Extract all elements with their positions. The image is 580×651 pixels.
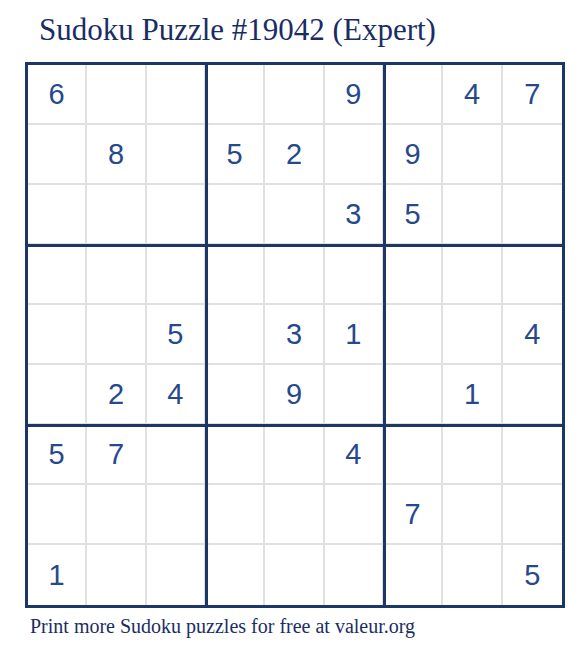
cell-r3c6[interactable]: 3 bbox=[325, 185, 384, 245]
cell-r5c1[interactable] bbox=[28, 305, 87, 365]
cell-r3c8[interactable] bbox=[443, 185, 502, 245]
cell-r1c6[interactable]: 9 bbox=[325, 65, 384, 125]
cell-r9c9[interactable]: 5 bbox=[503, 545, 562, 605]
cell-r1c8[interactable]: 4 bbox=[443, 65, 502, 125]
cell-r7c7[interactable] bbox=[384, 425, 443, 485]
cell-r5c6[interactable]: 1 bbox=[325, 305, 384, 365]
cell-r8c3[interactable] bbox=[147, 485, 206, 545]
cell-r2c2[interactable]: 8 bbox=[87, 125, 146, 185]
cell-r9c5[interactable] bbox=[265, 545, 324, 605]
cell-r4c7[interactable] bbox=[384, 245, 443, 305]
cell-r8c7[interactable]: 7 bbox=[384, 485, 443, 545]
cell-r3c2[interactable] bbox=[87, 185, 146, 245]
cell-r6c9[interactable] bbox=[503, 365, 562, 425]
cell-r8c9[interactable] bbox=[503, 485, 562, 545]
cell-r4c8[interactable] bbox=[443, 245, 502, 305]
cell-r7c5[interactable] bbox=[265, 425, 324, 485]
cell-r1c5[interactable] bbox=[265, 65, 324, 125]
cell-r2c5[interactable]: 2 bbox=[265, 125, 324, 185]
cell-r4c9[interactable] bbox=[503, 245, 562, 305]
cell-r4c3[interactable] bbox=[147, 245, 206, 305]
cell-r4c2[interactable] bbox=[87, 245, 146, 305]
cell-r8c1[interactable] bbox=[28, 485, 87, 545]
cell-r2c4[interactable]: 5 bbox=[206, 125, 265, 185]
cell-r3c1[interactable] bbox=[28, 185, 87, 245]
cell-r1c2[interactable] bbox=[87, 65, 146, 125]
cell-r9c4[interactable] bbox=[206, 545, 265, 605]
cell-r6c2[interactable]: 2 bbox=[87, 365, 146, 425]
cell-r2c3[interactable] bbox=[147, 125, 206, 185]
cell-r8c8[interactable] bbox=[443, 485, 502, 545]
cell-r3c9[interactable] bbox=[503, 185, 562, 245]
cell-r9c1[interactable]: 1 bbox=[28, 545, 87, 605]
cell-r4c1[interactable] bbox=[28, 245, 87, 305]
cell-r6c7[interactable] bbox=[384, 365, 443, 425]
cell-r7c6[interactable]: 4 bbox=[325, 425, 384, 485]
cell-r8c6[interactable] bbox=[325, 485, 384, 545]
cell-r4c4[interactable] bbox=[206, 245, 265, 305]
cell-r1c9[interactable]: 7 bbox=[503, 65, 562, 125]
cell-r4c5[interactable] bbox=[265, 245, 324, 305]
cell-r5c2[interactable] bbox=[87, 305, 146, 365]
cell-r7c8[interactable] bbox=[443, 425, 502, 485]
cell-r2c6[interactable] bbox=[325, 125, 384, 185]
cell-r6c3[interactable]: 4 bbox=[147, 365, 206, 425]
sudoku-page: Sudoku Puzzle #19042 (Expert) 6947852935… bbox=[0, 0, 580, 651]
cell-r9c8[interactable] bbox=[443, 545, 502, 605]
cell-r7c4[interactable] bbox=[206, 425, 265, 485]
cell-r3c5[interactable] bbox=[265, 185, 324, 245]
cell-r5c7[interactable] bbox=[384, 305, 443, 365]
cell-r8c2[interactable] bbox=[87, 485, 146, 545]
cell-r5c8[interactable] bbox=[443, 305, 502, 365]
cell-r1c3[interactable] bbox=[147, 65, 206, 125]
cell-r7c3[interactable] bbox=[147, 425, 206, 485]
sudoku-cells: 694785293553142491574715 bbox=[28, 65, 562, 605]
cell-r2c8[interactable] bbox=[443, 125, 502, 185]
cell-r6c5[interactable]: 9 bbox=[265, 365, 324, 425]
cell-r8c4[interactable] bbox=[206, 485, 265, 545]
cell-r6c6[interactable] bbox=[325, 365, 384, 425]
cell-r5c4[interactable] bbox=[206, 305, 265, 365]
footer-credit: Print more Sudoku puzzles for free at va… bbox=[30, 613, 415, 639]
cell-r9c7[interactable] bbox=[384, 545, 443, 605]
cell-r1c1[interactable]: 6 bbox=[28, 65, 87, 125]
cell-r3c7[interactable]: 5 bbox=[384, 185, 443, 245]
cell-r9c3[interactable] bbox=[147, 545, 206, 605]
cell-r4c6[interactable] bbox=[325, 245, 384, 305]
cell-r9c2[interactable] bbox=[87, 545, 146, 605]
cell-r9c6[interactable] bbox=[325, 545, 384, 605]
sudoku-board: 694785293553142491574715 bbox=[25, 62, 565, 608]
cell-r7c9[interactable] bbox=[503, 425, 562, 485]
cell-r7c2[interactable]: 7 bbox=[87, 425, 146, 485]
cell-r6c4[interactable] bbox=[206, 365, 265, 425]
cell-r2c9[interactable] bbox=[503, 125, 562, 185]
cell-r6c1[interactable] bbox=[28, 365, 87, 425]
cell-r3c4[interactable] bbox=[206, 185, 265, 245]
cell-r2c7[interactable]: 9 bbox=[384, 125, 443, 185]
cell-r5c9[interactable]: 4 bbox=[503, 305, 562, 365]
puzzle-title: Sudoku Puzzle #19042 (Expert) bbox=[39, 12, 436, 48]
cell-r5c3[interactable]: 5 bbox=[147, 305, 206, 365]
cell-r1c4[interactable] bbox=[206, 65, 265, 125]
cell-r8c5[interactable] bbox=[265, 485, 324, 545]
cell-r5c5[interactable]: 3 bbox=[265, 305, 324, 365]
cell-r1c7[interactable] bbox=[384, 65, 443, 125]
cell-r3c3[interactable] bbox=[147, 185, 206, 245]
cell-r6c8[interactable]: 1 bbox=[443, 365, 502, 425]
cell-r2c1[interactable] bbox=[28, 125, 87, 185]
cell-r7c1[interactable]: 5 bbox=[28, 425, 87, 485]
